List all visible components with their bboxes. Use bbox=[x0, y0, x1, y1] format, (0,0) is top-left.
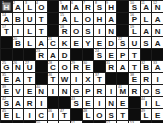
cell-letter: S bbox=[117, 39, 128, 48]
clue-number: 53 bbox=[130, 121, 134, 123]
cell-letter: S bbox=[94, 51, 105, 60]
cell-letter: L bbox=[141, 111, 152, 120]
letter-cell[interactable]: A bbox=[13, 73, 24, 84]
letter-cell[interactable]: T bbox=[117, 109, 128, 120]
letter-cell[interactable]: 29R bbox=[71, 61, 82, 72]
letter-cell[interactable]: 40N bbox=[36, 85, 47, 96]
cell-letter: E bbox=[152, 111, 163, 120]
letter-cell[interactable]: 21C bbox=[48, 37, 59, 48]
letter-cell[interactable]: O bbox=[94, 109, 105, 120]
cell-letter: A bbox=[1, 15, 12, 24]
letter-cell[interactable]: 53 bbox=[129, 121, 140, 123]
letter-cell[interactable]: S bbox=[83, 25, 94, 36]
black-cell bbox=[94, 121, 105, 123]
letter-cell[interactable]: 16P bbox=[129, 13, 140, 24]
letter-cell[interactable]: 15A bbox=[59, 13, 70, 24]
cell-letter: I bbox=[24, 111, 35, 120]
cell-letter: N bbox=[59, 87, 70, 96]
letter-cell[interactable]: A bbox=[152, 13, 163, 24]
letter-cell[interactable] bbox=[59, 121, 70, 123]
letter-cell[interactable]: R bbox=[129, 85, 140, 96]
cell-letter: O bbox=[141, 87, 152, 96]
cell-letter: I bbox=[106, 87, 117, 96]
black-cell bbox=[117, 13, 128, 24]
letter-cell[interactable]: S bbox=[141, 37, 152, 48]
letter-cell[interactable]: I bbox=[24, 109, 35, 120]
letter-cell[interactable]: 32B bbox=[141, 61, 152, 72]
cell-letter: L bbox=[141, 15, 152, 24]
cell-letter: R bbox=[141, 75, 152, 84]
cell-letter: A bbox=[141, 3, 152, 12]
cell-letter: R bbox=[106, 63, 117, 72]
cell-letter: O bbox=[59, 63, 70, 72]
letter-cell[interactable]: L bbox=[141, 13, 152, 24]
letter-cell[interactable]: O bbox=[83, 13, 94, 24]
letter-cell[interactable]: 6A bbox=[71, 1, 82, 12]
letter-cell[interactable]: I bbox=[36, 97, 47, 108]
cell-letter: N bbox=[152, 3, 163, 12]
black-cell bbox=[48, 97, 59, 108]
letter-cell[interactable]: S bbox=[106, 109, 117, 120]
cell-letter: A bbox=[13, 99, 24, 108]
cell-letter: U bbox=[24, 15, 35, 24]
cell-letter: A bbox=[152, 39, 163, 48]
letter-cell[interactable]: 41M bbox=[117, 85, 128, 96]
cell-letter: E bbox=[1, 75, 12, 84]
letter-cell[interactable]: 11A bbox=[141, 1, 152, 12]
cell-letter: T bbox=[24, 75, 35, 84]
cell-letter: H bbox=[106, 3, 117, 12]
cell-letter: A bbox=[117, 63, 128, 72]
cell-letter: C bbox=[48, 63, 59, 72]
cell-letter: P bbox=[129, 15, 140, 24]
letter-cell[interactable]: I bbox=[152, 73, 163, 84]
letter-cell[interactable]: V bbox=[13, 85, 24, 96]
cell-letter: N bbox=[106, 27, 117, 36]
cell-letter: L bbox=[71, 15, 82, 24]
cell-letter: A bbox=[13, 3, 24, 12]
cell-letter: E bbox=[83, 63, 94, 72]
letter-cell[interactable]: O bbox=[71, 25, 82, 36]
black-cell bbox=[117, 25, 128, 36]
cell-letter: B bbox=[13, 39, 24, 48]
cell-letter: S bbox=[1, 99, 12, 108]
cell-letter: E bbox=[106, 51, 117, 60]
black-cell bbox=[48, 1, 59, 12]
letter-cell[interactable]: I bbox=[48, 85, 59, 96]
letter-cell[interactable]: 35E bbox=[1, 73, 12, 84]
letter-cell[interactable]: 43S bbox=[71, 97, 82, 108]
letter-cell[interactable]: P bbox=[83, 85, 94, 96]
black-cell bbox=[94, 61, 105, 72]
cell-letter: T bbox=[117, 111, 128, 120]
cell-letter: C bbox=[36, 111, 47, 120]
letter-cell[interactable]: G bbox=[71, 85, 82, 96]
letter-cell[interactable]: A bbox=[48, 49, 59, 60]
letter-cell[interactable]: A bbox=[106, 13, 117, 24]
cell-letter: A bbox=[106, 15, 117, 24]
cell-letter: N bbox=[36, 87, 47, 96]
cell-letter: R bbox=[36, 51, 47, 60]
cell-letter: N bbox=[13, 63, 24, 72]
clue-number: 52 bbox=[106, 121, 110, 123]
letter-cell[interactable]: U bbox=[24, 13, 35, 24]
letter-cell[interactable]: I bbox=[94, 25, 105, 36]
letter-cell[interactable]: W bbox=[59, 73, 70, 84]
letter-cell[interactable]: 25G bbox=[1, 61, 12, 72]
black-cell bbox=[24, 49, 35, 60]
letter-cell[interactable]: 18R bbox=[59, 25, 70, 36]
cell-letter: E bbox=[94, 39, 105, 48]
letter-cell[interactable]: A bbox=[13, 97, 24, 108]
letter-cell[interactable]: 37T bbox=[94, 73, 105, 84]
letter-cell[interactable]: R bbox=[94, 85, 105, 96]
cell-letter: L bbox=[83, 111, 94, 120]
letter-cell[interactable]: 9H bbox=[106, 1, 117, 12]
cell-letter: L bbox=[129, 27, 140, 36]
black-cell bbox=[48, 13, 59, 24]
letter-cell[interactable]: 2A bbox=[13, 1, 24, 12]
cell-letter: T bbox=[36, 15, 47, 24]
letter-cell[interactable]: 49L bbox=[141, 109, 152, 120]
letter-cell[interactable]: 47T bbox=[59, 109, 70, 120]
cell-letter: D bbox=[106, 39, 117, 48]
cell-letter: A bbox=[152, 63, 163, 72]
cell-letter: A bbox=[59, 15, 70, 24]
letter-cell[interactable]: E bbox=[94, 37, 105, 48]
cell-letter: A bbox=[13, 75, 24, 84]
letter-cell[interactable]: T bbox=[36, 13, 47, 24]
cell-letter: A bbox=[71, 3, 82, 12]
letter-cell[interactable]: L bbox=[71, 13, 82, 24]
letter-cell[interactable]: 46I bbox=[48, 109, 59, 120]
black-cell bbox=[117, 73, 128, 84]
letter-cell[interactable]: 44I bbox=[141, 97, 152, 108]
letter-cell[interactable] bbox=[117, 121, 128, 123]
letter-cell[interactable]: E bbox=[117, 97, 128, 108]
cell-letter: T bbox=[59, 111, 70, 120]
letter-cell[interactable]: E bbox=[24, 85, 35, 96]
cell-letter: L bbox=[13, 111, 24, 120]
cell-letter: A bbox=[141, 27, 152, 36]
black-cell bbox=[152, 49, 163, 60]
letter-cell[interactable]: L bbox=[24, 37, 35, 48]
letter-cell[interactable]: E bbox=[83, 97, 94, 108]
cell-letter: O bbox=[83, 15, 94, 24]
cell-letter: E bbox=[129, 75, 140, 84]
letter-cell[interactable]: R bbox=[141, 73, 152, 84]
letter-cell[interactable]: 38E bbox=[129, 73, 140, 84]
letter-cell[interactable]: 45E bbox=[1, 109, 12, 120]
cell-letter: R bbox=[24, 99, 35, 108]
letter-cell[interactable]: A bbox=[117, 61, 128, 72]
cell-letter: G bbox=[1, 63, 12, 72]
letter-cell[interactable]: I bbox=[13, 25, 24, 36]
cell-letter: I bbox=[36, 99, 47, 108]
cell-letter: R bbox=[83, 3, 94, 12]
letter-cell[interactable]: X bbox=[83, 73, 94, 84]
letter-cell[interactable]: 31R bbox=[106, 61, 117, 72]
letter-cell[interactable]: Y bbox=[83, 37, 94, 48]
cell-letter: S bbox=[152, 87, 163, 96]
black-cell bbox=[24, 121, 35, 123]
black-cell bbox=[83, 121, 94, 123]
black-cell bbox=[83, 49, 94, 60]
black-cell bbox=[152, 121, 163, 123]
cell-letter: I bbox=[141, 99, 152, 108]
letter-cell[interactable]: A bbox=[152, 37, 163, 48]
letter-cell[interactable]: R bbox=[24, 97, 35, 108]
cell-letter: P bbox=[117, 51, 128, 60]
cell-letter: T bbox=[94, 75, 105, 84]
black-cell bbox=[129, 109, 140, 120]
letter-cell[interactable]: 36T bbox=[48, 73, 59, 84]
black-cell bbox=[117, 1, 128, 12]
cell-letter: R bbox=[129, 87, 140, 96]
letter-cell[interactable]: E bbox=[71, 37, 82, 48]
black-cell bbox=[1, 121, 12, 123]
letter-cell[interactable]: N bbox=[152, 25, 163, 36]
cell-letter: A bbox=[48, 51, 59, 60]
black-cell bbox=[48, 25, 59, 36]
letter-cell[interactable]: H bbox=[94, 13, 105, 24]
letter-cell[interactable]: 48L bbox=[83, 109, 94, 120]
letter-cell[interactable]: 7R bbox=[83, 1, 94, 12]
letter-cell[interactable]: 33A bbox=[152, 61, 163, 72]
black-cell bbox=[106, 73, 117, 84]
black-cell bbox=[1, 37, 12, 48]
letter-cell[interactable]: T bbox=[24, 73, 35, 84]
letter-cell[interactable]: 19L bbox=[129, 25, 140, 36]
cell-letter: N bbox=[106, 99, 117, 108]
cell-letter: L bbox=[24, 27, 35, 36]
cell-letter: A bbox=[152, 15, 163, 24]
letter-cell[interactable]: I bbox=[94, 97, 105, 108]
cell-letter: S bbox=[71, 99, 82, 108]
cell-letter: R bbox=[94, 87, 105, 96]
cell-letter: S bbox=[83, 27, 94, 36]
letter-cell[interactable]: 14A bbox=[1, 13, 12, 24]
cell-letter: E bbox=[117, 99, 128, 108]
cell-letter: V bbox=[13, 87, 24, 96]
letter-cell[interactable]: T bbox=[129, 61, 140, 72]
letter-cell[interactable]: 12N bbox=[152, 1, 163, 12]
letter-cell[interactable]: U bbox=[129, 37, 140, 48]
letter-cell[interactable]: I bbox=[106, 85, 117, 96]
black-cell bbox=[141, 121, 152, 123]
letter-cell[interactable]: L bbox=[152, 97, 163, 108]
letter-cell[interactable]: P bbox=[117, 49, 128, 60]
cell-letter: E bbox=[1, 111, 12, 120]
black-cell bbox=[1, 49, 12, 60]
cell-letter: L bbox=[24, 39, 35, 48]
cell-letter: I bbox=[94, 27, 105, 36]
cell-letter: D bbox=[59, 51, 70, 60]
letter-cell[interactable]: E bbox=[152, 109, 163, 120]
black-cell bbox=[59, 97, 70, 108]
letter-cell[interactable]: 51 bbox=[71, 121, 82, 123]
cell-letter: H bbox=[94, 15, 105, 24]
letter-cell[interactable]: 8S bbox=[94, 1, 105, 12]
cell-letter: I bbox=[152, 75, 163, 84]
letter-cell[interactable]: 23R bbox=[36, 49, 47, 60]
letter-cell[interactable]: A bbox=[36, 37, 47, 48]
letter-cell[interactable]: N bbox=[59, 85, 70, 96]
cell-letter: S bbox=[129, 3, 140, 12]
cell-letter: U bbox=[24, 63, 35, 72]
letter-cell[interactable]: 42S bbox=[1, 97, 12, 108]
letter-cell[interactable]: L bbox=[24, 25, 35, 36]
cell-letter: B bbox=[141, 63, 152, 72]
letter-cell[interactable]: D bbox=[106, 37, 117, 48]
clue-number: 51 bbox=[71, 121, 75, 123]
cell-letter: K bbox=[59, 39, 70, 48]
cell-letter: X bbox=[83, 75, 94, 84]
letter-cell[interactable]: 39E bbox=[1, 85, 12, 96]
black-cell bbox=[36, 61, 47, 72]
cell-letter: A bbox=[36, 39, 47, 48]
letter-cell[interactable]: O bbox=[141, 85, 152, 96]
cell-letter: O bbox=[71, 27, 82, 36]
letter-cell[interactable]: 24S bbox=[94, 49, 105, 60]
cell-letter: H bbox=[1, 3, 12, 12]
letter-cell[interactable]: 50 bbox=[36, 121, 47, 123]
letter-cell[interactable]: S bbox=[152, 85, 163, 96]
cell-letter: S bbox=[106, 111, 117, 120]
cell-letter: T bbox=[129, 63, 140, 72]
cell-letter: O bbox=[36, 3, 47, 12]
letter-cell[interactable]: 52 bbox=[106, 121, 117, 123]
letter-cell[interactable]: O bbox=[59, 61, 70, 72]
letter-cell[interactable]: K bbox=[59, 37, 70, 48]
letter-cell[interactable]: L bbox=[13, 109, 24, 120]
cell-letter: E bbox=[24, 87, 35, 96]
cell-letter: G bbox=[71, 87, 82, 96]
letter-cell[interactable]: N bbox=[106, 25, 117, 36]
cell-letter: M bbox=[117, 87, 128, 96]
letter-cell[interactable]: 30E bbox=[83, 61, 94, 72]
cell-letter: M bbox=[59, 3, 70, 12]
letter-cell[interactable]: 22S bbox=[117, 37, 128, 48]
cell-letter: I bbox=[71, 75, 82, 84]
cell-letter: O bbox=[94, 111, 105, 120]
letter-cell[interactable]: 17T bbox=[1, 25, 12, 36]
cell-letter: I bbox=[94, 99, 105, 108]
letter-cell[interactable]: A bbox=[141, 25, 152, 36]
crossword-board: 1H2A3L4O5M6A7R8S9H10S11A12N14ABUT15ALOHA… bbox=[0, 0, 163, 123]
letter-cell[interactable]: N bbox=[106, 97, 117, 108]
cell-letter: L bbox=[24, 3, 35, 12]
cell-letter: S bbox=[141, 39, 152, 48]
letter-cell[interactable]: 26N bbox=[13, 61, 24, 72]
cell-letter: C bbox=[48, 39, 59, 48]
selected-cell[interactable]: 1H bbox=[1, 1, 12, 12]
letter-cell[interactable]: 20B bbox=[13, 37, 24, 48]
cell-letter: T bbox=[1, 27, 12, 36]
cell-letter: R bbox=[59, 27, 70, 36]
letter-cell[interactable]: I bbox=[71, 73, 82, 84]
cell-letter: E bbox=[1, 87, 12, 96]
letter-cell[interactable]: D bbox=[59, 49, 70, 60]
black-cell bbox=[71, 49, 82, 60]
cell-letter: N bbox=[152, 27, 163, 36]
black-cell bbox=[13, 121, 24, 123]
cell-letter: R bbox=[71, 63, 82, 72]
letter-cell[interactable]: 5M bbox=[59, 1, 70, 12]
black-cell bbox=[13, 49, 24, 60]
black-cell bbox=[71, 109, 82, 120]
cell-letter: I bbox=[48, 87, 59, 96]
cell-letter: W bbox=[59, 75, 70, 84]
letter-cell[interactable]: 10S bbox=[129, 1, 140, 12]
cell-letter: Y bbox=[83, 39, 94, 48]
cell-letter: P bbox=[83, 87, 94, 96]
black-cell bbox=[141, 49, 152, 60]
cell-letter: B bbox=[13, 15, 24, 24]
letter-cell[interactable]: E bbox=[106, 49, 117, 60]
cell-letter: T bbox=[48, 75, 59, 84]
letter-cell[interactable]: T bbox=[36, 25, 47, 36]
cell-letter: S bbox=[94, 3, 105, 12]
black-cell bbox=[129, 97, 140, 108]
letter-cell[interactable]: B bbox=[13, 13, 24, 24]
letter-cell[interactable]: 28C bbox=[48, 61, 59, 72]
letter-cell[interactable]: 4O bbox=[36, 1, 47, 12]
cell-letter: T bbox=[129, 51, 140, 60]
cell-letter: T bbox=[36, 27, 47, 36]
cell-letter: L bbox=[152, 99, 163, 108]
cell-letter: I bbox=[13, 27, 24, 36]
cell-letter: I bbox=[48, 111, 59, 120]
cell-letter: U bbox=[129, 39, 140, 48]
letter-cell[interactable]: T bbox=[129, 49, 140, 60]
letter-cell[interactable]: C bbox=[36, 109, 47, 120]
letter-cell[interactable] bbox=[48, 121, 59, 123]
cell-letter: E bbox=[71, 39, 82, 48]
letter-cell[interactable]: 27U bbox=[24, 61, 35, 72]
black-cell bbox=[36, 73, 47, 84]
cell-letter: E bbox=[83, 99, 94, 108]
clue-number: 50 bbox=[36, 121, 40, 123]
letter-cell[interactable]: 3L bbox=[24, 1, 35, 12]
